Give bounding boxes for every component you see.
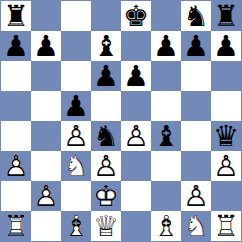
square-a7[interactable]: ♟ xyxy=(1,31,31,61)
white-queen-icon: ♛♕ xyxy=(91,211,121,241)
black-pawn-icon: ♟ xyxy=(61,91,91,121)
square-f1[interactable]: ♝♗ xyxy=(151,211,181,241)
black-pawn-icon: ♟ xyxy=(181,31,211,61)
square-e5[interactable] xyxy=(121,91,151,121)
black-rook-icon: ♜ xyxy=(211,1,241,31)
white-pawn-icon: ♟♙ xyxy=(91,151,121,181)
white-knight-icon: ♞♘ xyxy=(181,211,211,241)
square-e1[interactable] xyxy=(121,211,151,241)
square-b2[interactable]: ♟♙ xyxy=(31,181,61,211)
square-c3[interactable]: ♞♘ xyxy=(61,151,91,181)
square-a4[interactable] xyxy=(1,121,31,151)
black-king-icon: ♚ xyxy=(121,1,151,31)
black-rook-icon: ♜ xyxy=(1,1,31,31)
black-bishop-icon: ♝ xyxy=(151,121,181,151)
white-bishop-icon: ♝♗ xyxy=(151,211,181,241)
square-f3[interactable] xyxy=(151,151,181,181)
black-pawn-icon: ♟ xyxy=(211,31,241,61)
square-g5[interactable] xyxy=(181,91,211,121)
black-bishop-icon: ♝ xyxy=(91,31,121,61)
square-h3[interactable]: ♟♙ xyxy=(211,151,241,181)
black-pawn-icon: ♟ xyxy=(91,61,121,91)
square-a2[interactable] xyxy=(1,181,31,211)
square-a1[interactable]: ♜♖ xyxy=(1,211,31,241)
square-a3[interactable]: ♟♙ xyxy=(1,151,31,181)
white-pawn-icon: ♟♙ xyxy=(211,151,241,181)
white-bishop-icon: ♝♗ xyxy=(61,211,91,241)
black-pawn-icon: ♟ xyxy=(121,61,151,91)
square-b3[interactable] xyxy=(31,151,61,181)
square-h4[interactable]: ♛ xyxy=(211,121,241,151)
square-g4[interactable] xyxy=(181,121,211,151)
square-c2[interactable] xyxy=(61,181,91,211)
square-g1[interactable]: ♞♘ xyxy=(181,211,211,241)
square-h5[interactable] xyxy=(211,91,241,121)
square-d7[interactable]: ♝ xyxy=(91,31,121,61)
square-c7[interactable] xyxy=(61,31,91,61)
white-pawn-icon: ♟♙ xyxy=(181,181,211,211)
white-rook-icon: ♜♖ xyxy=(211,211,241,241)
white-pawn-icon: ♟♙ xyxy=(121,121,151,151)
square-b5[interactable] xyxy=(31,91,61,121)
square-e4[interactable]: ♟♙ xyxy=(121,121,151,151)
square-g6[interactable] xyxy=(181,61,211,91)
black-queen-icon: ♛ xyxy=(211,121,241,151)
black-knight-icon: ♞ xyxy=(91,121,121,151)
square-h6[interactable] xyxy=(211,61,241,91)
square-c1[interactable]: ♝♗ xyxy=(61,211,91,241)
square-e6[interactable]: ♟ xyxy=(121,61,151,91)
chess-board: ♜♚♞♜♟♟♝♟♟♟♟♟♟♟♙♞♟♙♝♛♟♙♞♘♟♙♟♙♟♙♚♔♟♙♜♖♝♗♛♕… xyxy=(1,1,241,241)
square-h1[interactable]: ♜♖ xyxy=(211,211,241,241)
square-g7[interactable]: ♟ xyxy=(181,31,211,61)
square-e8[interactable]: ♚ xyxy=(121,1,151,31)
square-e3[interactable] xyxy=(121,151,151,181)
square-a5[interactable] xyxy=(1,91,31,121)
square-f7[interactable]: ♟ xyxy=(151,31,181,61)
square-f5[interactable] xyxy=(151,91,181,121)
square-f8[interactable] xyxy=(151,1,181,31)
square-c4[interactable]: ♟♙ xyxy=(61,121,91,151)
square-d3[interactable]: ♟♙ xyxy=(91,151,121,181)
square-d2[interactable]: ♚♔ xyxy=(91,181,121,211)
white-rook-icon: ♜♖ xyxy=(1,211,31,241)
square-c6[interactable] xyxy=(61,61,91,91)
white-king-icon: ♚♔ xyxy=(91,181,121,211)
square-c8[interactable] xyxy=(61,1,91,31)
black-pawn-icon: ♟ xyxy=(151,31,181,61)
white-pawn-icon: ♟♙ xyxy=(61,121,91,151)
square-b7[interactable]: ♟ xyxy=(31,31,61,61)
black-pawn-icon: ♟ xyxy=(1,31,31,61)
square-c5[interactable]: ♟ xyxy=(61,91,91,121)
square-g3[interactable] xyxy=(181,151,211,181)
square-b4[interactable] xyxy=(31,121,61,151)
square-d4[interactable]: ♞ xyxy=(91,121,121,151)
black-pawn-icon: ♟ xyxy=(31,31,61,61)
square-b6[interactable] xyxy=(31,61,61,91)
square-h7[interactable]: ♟ xyxy=(211,31,241,61)
square-d1[interactable]: ♛♕ xyxy=(91,211,121,241)
square-b8[interactable] xyxy=(31,1,61,31)
chess-board-frame: ♜♚♞♜♟♟♝♟♟♟♟♟♟♟♙♞♟♙♝♛♟♙♞♘♟♙♟♙♟♙♚♔♟♙♜♖♝♗♛♕… xyxy=(0,0,242,242)
square-g8[interactable]: ♞ xyxy=(181,1,211,31)
square-e7[interactable] xyxy=(121,31,151,61)
square-d8[interactable] xyxy=(91,1,121,31)
square-d6[interactable]: ♟ xyxy=(91,61,121,91)
square-f4[interactable]: ♝ xyxy=(151,121,181,151)
white-knight-icon: ♞♘ xyxy=(61,151,91,181)
square-a6[interactable] xyxy=(1,61,31,91)
square-d5[interactable] xyxy=(91,91,121,121)
square-f6[interactable] xyxy=(151,61,181,91)
black-knight-icon: ♞ xyxy=(181,1,211,31)
square-h8[interactable]: ♜ xyxy=(211,1,241,31)
square-a8[interactable]: ♜ xyxy=(1,1,31,31)
square-b1[interactable] xyxy=(31,211,61,241)
white-pawn-icon: ♟♙ xyxy=(1,151,31,181)
white-pawn-icon: ♟♙ xyxy=(31,181,61,211)
square-h2[interactable] xyxy=(211,181,241,211)
square-e2[interactable] xyxy=(121,181,151,211)
square-g2[interactable]: ♟♙ xyxy=(181,181,211,211)
square-f2[interactable] xyxy=(151,181,181,211)
